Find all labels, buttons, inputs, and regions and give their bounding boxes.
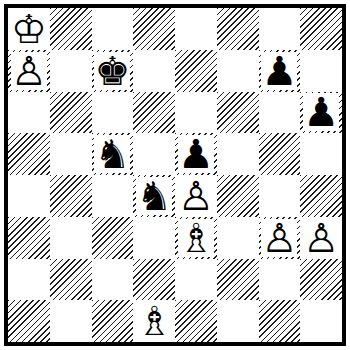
square-a1[interactable] <box>8 300 50 342</box>
piece-black-pawn[interactable]: ♟ <box>178 135 214 173</box>
piece-white-pawn[interactable]: ♙ <box>303 219 339 257</box>
square-f3[interactable] <box>217 217 259 259</box>
square-h6[interactable]: ♟ <box>300 92 342 134</box>
piece-white-pawn[interactable]: ♙ <box>11 52 47 90</box>
piece-black-pawn[interactable]: ♟ <box>303 93 339 131</box>
piece-white-bishop[interactable]: ♗ <box>178 219 214 257</box>
square-g6[interactable] <box>259 92 301 134</box>
square-e8[interactable] <box>175 8 217 50</box>
square-e5[interactable]: ♟ <box>175 133 217 175</box>
square-c3[interactable] <box>92 217 134 259</box>
square-c5[interactable]: ♞ <box>92 133 134 175</box>
square-e1[interactable] <box>175 300 217 342</box>
square-h5[interactable] <box>300 133 342 175</box>
square-g7[interactable]: ♟ <box>259 50 301 92</box>
square-b2[interactable] <box>50 259 92 301</box>
square-c2[interactable] <box>92 259 134 301</box>
square-c7[interactable]: ♚ <box>92 50 134 92</box>
square-e3[interactable]: ♗ <box>175 217 217 259</box>
piece-black-knight[interactable]: ♞ <box>136 177 172 215</box>
square-e6[interactable] <box>175 92 217 134</box>
square-d6[interactable] <box>133 92 175 134</box>
square-d7[interactable] <box>133 50 175 92</box>
piece-black-pawn[interactable]: ♟ <box>261 52 297 90</box>
chess-diagram: ♔♙♚♟♟♞♟♞♙♗♙♙♗ <box>0 0 350 350</box>
square-h3[interactable]: ♙ <box>300 217 342 259</box>
square-h4[interactable] <box>300 175 342 217</box>
square-b3[interactable] <box>50 217 92 259</box>
square-a7[interactable]: ♙ <box>8 50 50 92</box>
square-d3[interactable] <box>133 217 175 259</box>
square-b4[interactable] <box>50 175 92 217</box>
square-b5[interactable] <box>50 133 92 175</box>
square-a4[interactable] <box>8 175 50 217</box>
square-a6[interactable] <box>8 92 50 134</box>
square-g8[interactable] <box>259 8 301 50</box>
square-c6[interactable] <box>92 92 134 134</box>
piece-white-pawn[interactable]: ♙ <box>178 177 214 215</box>
board-frame: ♔♙♚♟♟♞♟♞♙♗♙♙♗ <box>4 4 346 346</box>
square-g2[interactable] <box>259 259 301 301</box>
square-f5[interactable] <box>217 133 259 175</box>
square-d8[interactable] <box>133 8 175 50</box>
square-f6[interactable] <box>217 92 259 134</box>
square-a5[interactable] <box>8 133 50 175</box>
square-d4[interactable]: ♞ <box>133 175 175 217</box>
piece-white-pawn[interactable]: ♙ <box>261 219 297 257</box>
square-h8[interactable] <box>300 8 342 50</box>
piece-white-king[interactable]: ♔ <box>11 10 47 48</box>
square-e2[interactable] <box>175 259 217 301</box>
chess-board: ♔♙♚♟♟♞♟♞♙♗♙♙♗ <box>8 8 342 342</box>
square-f2[interactable] <box>217 259 259 301</box>
square-h2[interactable] <box>300 259 342 301</box>
piece-white-bishop[interactable]: ♗ <box>136 302 172 340</box>
square-c1[interactable] <box>92 300 134 342</box>
square-b8[interactable] <box>50 8 92 50</box>
square-e7[interactable] <box>175 50 217 92</box>
square-b6[interactable] <box>50 92 92 134</box>
square-f8[interactable] <box>217 8 259 50</box>
square-d5[interactable] <box>133 133 175 175</box>
square-h1[interactable] <box>300 300 342 342</box>
square-g3[interactable]: ♙ <box>259 217 301 259</box>
square-a8[interactable]: ♔ <box>8 8 50 50</box>
square-a3[interactable] <box>8 217 50 259</box>
square-b1[interactable] <box>50 300 92 342</box>
piece-black-king[interactable]: ♚ <box>94 52 130 90</box>
square-g1[interactable] <box>259 300 301 342</box>
square-a2[interactable] <box>8 259 50 301</box>
square-e4[interactable]: ♙ <box>175 175 217 217</box>
square-f7[interactable] <box>217 50 259 92</box>
square-c8[interactable] <box>92 8 134 50</box>
square-d1[interactable]: ♗ <box>133 300 175 342</box>
square-d2[interactable] <box>133 259 175 301</box>
square-f1[interactable] <box>217 300 259 342</box>
square-h7[interactable] <box>300 50 342 92</box>
square-f4[interactable] <box>217 175 259 217</box>
piece-black-knight[interactable]: ♞ <box>94 135 130 173</box>
square-b7[interactable] <box>50 50 92 92</box>
square-c4[interactable] <box>92 175 134 217</box>
square-g4[interactable] <box>259 175 301 217</box>
square-g5[interactable] <box>259 133 301 175</box>
